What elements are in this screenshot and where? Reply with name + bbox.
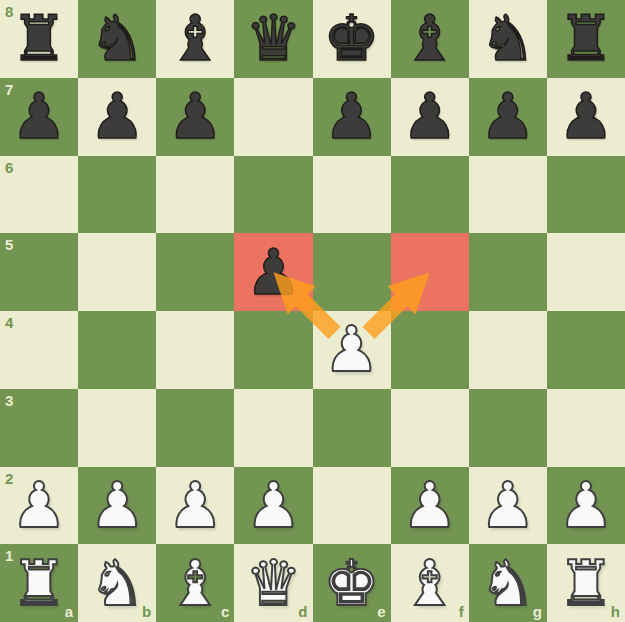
piece-white-rook-a1[interactable]: ♜ [11, 552, 67, 615]
piece-black-pawn-g7[interactable]: ♟ [480, 85, 536, 148]
square-b2[interactable]: ♟ [78, 467, 156, 545]
square-g2[interactable]: ♟ [469, 467, 547, 545]
square-f4[interactable] [391, 311, 469, 389]
square-a1[interactable]: 1a♜ [0, 544, 78, 622]
piece-white-knight-g1[interactable]: ♞ [480, 552, 536, 615]
square-f3[interactable] [391, 389, 469, 467]
rank-label-3: 3 [5, 393, 13, 408]
piece-black-bishop-c8[interactable]: ♝ [167, 7, 223, 70]
piece-black-rook-a8[interactable]: ♜ [11, 7, 67, 70]
piece-white-pawn-b2[interactable]: ♟ [89, 474, 145, 537]
square-a2[interactable]: 2♟ [0, 467, 78, 545]
square-h7[interactable]: ♟ [547, 78, 625, 156]
piece-black-king-e8[interactable]: ♚ [323, 7, 379, 70]
square-b7[interactable]: ♟ [78, 78, 156, 156]
piece-black-pawn-e7[interactable]: ♟ [323, 85, 379, 148]
square-f8[interactable]: ♝ [391, 0, 469, 78]
square-b1[interactable]: b♞ [78, 544, 156, 622]
square-c3[interactable] [156, 389, 234, 467]
piece-white-pawn-g2[interactable]: ♟ [480, 474, 536, 537]
square-b8[interactable]: ♞ [78, 0, 156, 78]
square-d4[interactable] [234, 311, 312, 389]
piece-black-bishop-f8[interactable]: ♝ [401, 7, 457, 70]
square-h2[interactable]: ♟ [547, 467, 625, 545]
piece-black-pawn-d5[interactable]: ♟ [245, 241, 301, 304]
square-e3[interactable] [313, 389, 391, 467]
square-a6[interactable]: 6 [0, 156, 78, 234]
square-c8[interactable]: ♝ [156, 0, 234, 78]
square-a7[interactable]: 7♟ [0, 78, 78, 156]
piece-white-king-e1[interactable]: ♚ [323, 552, 379, 615]
square-b6[interactable] [78, 156, 156, 234]
square-f5[interactable] [391, 233, 469, 311]
piece-black-rook-h8[interactable]: ♜ [558, 7, 614, 70]
square-g5[interactable] [469, 233, 547, 311]
square-a5[interactable]: 5 [0, 233, 78, 311]
square-a3[interactable]: 3 [0, 389, 78, 467]
piece-black-queen-d8[interactable]: ♛ [245, 7, 301, 70]
piece-black-knight-b8[interactable]: ♞ [89, 7, 145, 70]
square-h5[interactable] [547, 233, 625, 311]
piece-white-pawn-d2[interactable]: ♟ [245, 474, 301, 537]
square-b4[interactable] [78, 311, 156, 389]
square-a4[interactable]: 4 [0, 311, 78, 389]
piece-white-pawn-f2[interactable]: ♟ [401, 474, 457, 537]
piece-white-queen-d1[interactable]: ♛ [245, 552, 301, 615]
chess-board: 8♜♞♝♛♚♝♞♜7♟♟♟♟♟♟♟65♟4♟32♟♟♟♟♟♟♟1a♜b♞c♝d♛… [0, 0, 625, 622]
piece-white-rook-h1[interactable]: ♜ [558, 552, 614, 615]
square-g1[interactable]: g♞ [469, 544, 547, 622]
square-d8[interactable]: ♛ [234, 0, 312, 78]
square-h4[interactable] [547, 311, 625, 389]
square-g4[interactable] [469, 311, 547, 389]
square-g8[interactable]: ♞ [469, 0, 547, 78]
square-e7[interactable]: ♟ [313, 78, 391, 156]
square-e1[interactable]: e♚ [313, 544, 391, 622]
piece-black-pawn-c7[interactable]: ♟ [167, 85, 223, 148]
rank-label-4: 4 [5, 315, 13, 330]
square-d6[interactable] [234, 156, 312, 234]
square-c7[interactable]: ♟ [156, 78, 234, 156]
piece-white-pawn-c2[interactable]: ♟ [167, 474, 223, 537]
square-f7[interactable]: ♟ [391, 78, 469, 156]
piece-black-knight-g8[interactable]: ♞ [480, 7, 536, 70]
piece-black-pawn-a7[interactable]: ♟ [11, 85, 67, 148]
square-f6[interactable] [391, 156, 469, 234]
square-f1[interactable]: f♝ [391, 544, 469, 622]
piece-white-pawn-e4[interactable]: ♟ [323, 318, 379, 381]
square-h3[interactable] [547, 389, 625, 467]
square-b5[interactable] [78, 233, 156, 311]
square-d5[interactable]: ♟ [234, 233, 312, 311]
square-c6[interactable] [156, 156, 234, 234]
square-d2[interactable]: ♟ [234, 467, 312, 545]
square-c1[interactable]: c♝ [156, 544, 234, 622]
square-e4[interactable]: ♟ [313, 311, 391, 389]
square-c2[interactable]: ♟ [156, 467, 234, 545]
square-e8[interactable]: ♚ [313, 0, 391, 78]
rank-label-6: 6 [5, 160, 13, 175]
square-d3[interactable] [234, 389, 312, 467]
square-c5[interactable] [156, 233, 234, 311]
square-d1[interactable]: d♛ [234, 544, 312, 622]
piece-black-pawn-h7[interactable]: ♟ [558, 85, 614, 148]
piece-white-pawn-a2[interactable]: ♟ [11, 474, 67, 537]
file-label-f: f [459, 604, 464, 619]
rank-label-5: 5 [5, 237, 13, 252]
piece-white-pawn-h2[interactable]: ♟ [558, 474, 614, 537]
piece-white-knight-b1[interactable]: ♞ [89, 552, 145, 615]
board-squares: 8♜♞♝♛♚♝♞♜7♟♟♟♟♟♟♟65♟4♟32♟♟♟♟♟♟♟1a♜b♞c♝d♛… [0, 0, 625, 622]
square-d7[interactable] [234, 78, 312, 156]
square-h6[interactable] [547, 156, 625, 234]
square-f2[interactable]: ♟ [391, 467, 469, 545]
square-e6[interactable] [313, 156, 391, 234]
square-b3[interactable] [78, 389, 156, 467]
square-g6[interactable] [469, 156, 547, 234]
square-e5[interactable] [313, 233, 391, 311]
square-a8[interactable]: 8♜ [0, 0, 78, 78]
piece-white-bishop-f1[interactable]: ♝ [401, 552, 457, 615]
square-h8[interactable]: ♜ [547, 0, 625, 78]
square-c4[interactable] [156, 311, 234, 389]
square-e2[interactable] [313, 467, 391, 545]
piece-black-pawn-f7[interactable]: ♟ [401, 85, 457, 148]
piece-white-bishop-c1[interactable]: ♝ [167, 552, 223, 615]
square-g3[interactable] [469, 389, 547, 467]
piece-black-pawn-b7[interactable]: ♟ [89, 85, 145, 148]
square-g7[interactable]: ♟ [469, 78, 547, 156]
square-h1[interactable]: h♜ [547, 544, 625, 622]
